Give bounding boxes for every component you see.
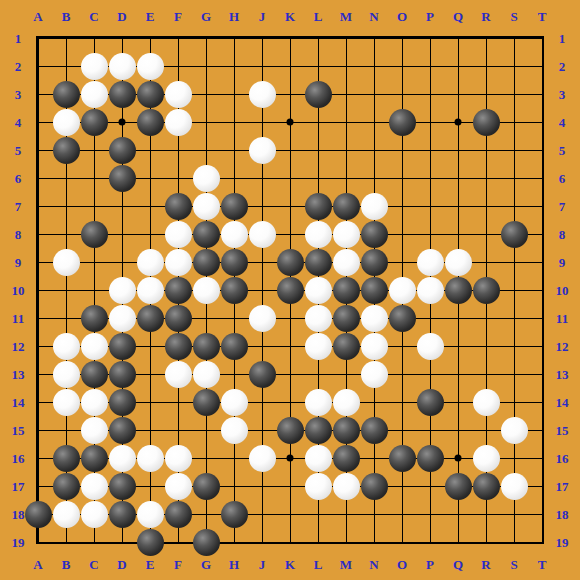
point-G2[interactable] xyxy=(192,52,220,80)
point-K3[interactable] xyxy=(276,80,304,108)
point-R12[interactable] xyxy=(472,332,500,360)
point-R4[interactable] xyxy=(472,108,500,136)
point-G5[interactable] xyxy=(192,136,220,164)
point-F4[interactable] xyxy=(164,108,192,136)
point-K4[interactable] xyxy=(276,108,304,136)
point-N12[interactable] xyxy=(360,332,388,360)
point-J1[interactable] xyxy=(248,24,276,52)
point-R9[interactable] xyxy=(472,248,500,276)
point-G19[interactable] xyxy=(192,528,220,556)
point-T16[interactable] xyxy=(528,444,556,472)
point-C16[interactable] xyxy=(80,444,108,472)
point-A17[interactable] xyxy=(24,472,52,500)
point-N6[interactable] xyxy=(360,164,388,192)
point-P6[interactable] xyxy=(416,164,444,192)
point-J14[interactable] xyxy=(248,388,276,416)
point-H18[interactable] xyxy=(220,500,248,528)
point-N19[interactable] xyxy=(360,528,388,556)
point-Q9[interactable] xyxy=(444,248,472,276)
point-Q1[interactable] xyxy=(444,24,472,52)
point-R3[interactable] xyxy=(472,80,500,108)
point-N9[interactable] xyxy=(360,248,388,276)
point-J4[interactable] xyxy=(248,108,276,136)
point-M15[interactable] xyxy=(332,416,360,444)
point-Q5[interactable] xyxy=(444,136,472,164)
point-Q14[interactable] xyxy=(444,388,472,416)
point-B1[interactable] xyxy=(52,24,80,52)
point-N2[interactable] xyxy=(360,52,388,80)
point-T15[interactable] xyxy=(528,416,556,444)
point-R1[interactable] xyxy=(472,24,500,52)
point-O10[interactable] xyxy=(388,276,416,304)
point-K10[interactable] xyxy=(276,276,304,304)
point-Q17[interactable] xyxy=(444,472,472,500)
point-L19[interactable] xyxy=(304,528,332,556)
point-L12[interactable] xyxy=(304,332,332,360)
point-P15[interactable] xyxy=(416,416,444,444)
point-M18[interactable] xyxy=(332,500,360,528)
point-H7[interactable] xyxy=(220,192,248,220)
point-J12[interactable] xyxy=(248,332,276,360)
point-S16[interactable] xyxy=(500,444,528,472)
point-O8[interactable] xyxy=(388,220,416,248)
point-S14[interactable] xyxy=(500,388,528,416)
point-L10[interactable] xyxy=(304,276,332,304)
point-R17[interactable] xyxy=(472,472,500,500)
point-A15[interactable] xyxy=(24,416,52,444)
point-A7[interactable] xyxy=(24,192,52,220)
point-F8[interactable] xyxy=(164,220,192,248)
point-R10[interactable] xyxy=(472,276,500,304)
point-K13[interactable] xyxy=(276,360,304,388)
point-E10[interactable] xyxy=(136,276,164,304)
point-H11[interactable] xyxy=(220,304,248,332)
point-S15[interactable] xyxy=(500,416,528,444)
point-K2[interactable] xyxy=(276,52,304,80)
point-H8[interactable] xyxy=(220,220,248,248)
point-D9[interactable] xyxy=(108,248,136,276)
point-E6[interactable] xyxy=(136,164,164,192)
point-F10[interactable] xyxy=(164,276,192,304)
point-J9[interactable] xyxy=(248,248,276,276)
point-C13[interactable] xyxy=(80,360,108,388)
point-T2[interactable] xyxy=(528,52,556,80)
point-L1[interactable] xyxy=(304,24,332,52)
point-R18[interactable] xyxy=(472,500,500,528)
point-J2[interactable] xyxy=(248,52,276,80)
point-C14[interactable] xyxy=(80,388,108,416)
point-E1[interactable] xyxy=(136,24,164,52)
point-J5[interactable] xyxy=(248,136,276,164)
point-S6[interactable] xyxy=(500,164,528,192)
point-C7[interactable] xyxy=(80,192,108,220)
point-L15[interactable] xyxy=(304,416,332,444)
point-K19[interactable] xyxy=(276,528,304,556)
point-M8[interactable] xyxy=(332,220,360,248)
point-C5[interactable] xyxy=(80,136,108,164)
point-J16[interactable] xyxy=(248,444,276,472)
point-N13[interactable] xyxy=(360,360,388,388)
point-F7[interactable] xyxy=(164,192,192,220)
point-B10[interactable] xyxy=(52,276,80,304)
point-B8[interactable] xyxy=(52,220,80,248)
point-F13[interactable] xyxy=(164,360,192,388)
point-K16[interactable] xyxy=(276,444,304,472)
point-D17[interactable] xyxy=(108,472,136,500)
point-T12[interactable] xyxy=(528,332,556,360)
point-N7[interactable] xyxy=(360,192,388,220)
point-N3[interactable] xyxy=(360,80,388,108)
point-L2[interactable] xyxy=(304,52,332,80)
point-G12[interactable] xyxy=(192,332,220,360)
point-A2[interactable] xyxy=(24,52,52,80)
point-S17[interactable] xyxy=(500,472,528,500)
point-B2[interactable] xyxy=(52,52,80,80)
point-C10[interactable] xyxy=(80,276,108,304)
point-A3[interactable] xyxy=(24,80,52,108)
point-H12[interactable] xyxy=(220,332,248,360)
point-G18[interactable] xyxy=(192,500,220,528)
point-A16[interactable] xyxy=(24,444,52,472)
point-Q3[interactable] xyxy=(444,80,472,108)
point-H14[interactable] xyxy=(220,388,248,416)
point-B18[interactable] xyxy=(52,500,80,528)
point-Q12[interactable] xyxy=(444,332,472,360)
point-J10[interactable] xyxy=(248,276,276,304)
point-O12[interactable] xyxy=(388,332,416,360)
point-P16[interactable] xyxy=(416,444,444,472)
point-H15[interactable] xyxy=(220,416,248,444)
point-G17[interactable] xyxy=(192,472,220,500)
point-A14[interactable] xyxy=(24,388,52,416)
point-H2[interactable] xyxy=(220,52,248,80)
point-J6[interactable] xyxy=(248,164,276,192)
point-M16[interactable] xyxy=(332,444,360,472)
point-L13[interactable] xyxy=(304,360,332,388)
point-N17[interactable] xyxy=(360,472,388,500)
point-D6[interactable] xyxy=(108,164,136,192)
point-N8[interactable] xyxy=(360,220,388,248)
point-M7[interactable] xyxy=(332,192,360,220)
point-D18[interactable] xyxy=(108,500,136,528)
point-F16[interactable] xyxy=(164,444,192,472)
point-N14[interactable] xyxy=(360,388,388,416)
point-O2[interactable] xyxy=(388,52,416,80)
point-L3[interactable] xyxy=(304,80,332,108)
point-T13[interactable] xyxy=(528,360,556,388)
point-C18[interactable] xyxy=(80,500,108,528)
point-P12[interactable] xyxy=(416,332,444,360)
point-Q11[interactable] xyxy=(444,304,472,332)
point-S19[interactable] xyxy=(500,528,528,556)
point-R16[interactable] xyxy=(472,444,500,472)
point-O9[interactable] xyxy=(388,248,416,276)
point-F17[interactable] xyxy=(164,472,192,500)
point-T10[interactable] xyxy=(528,276,556,304)
point-L9[interactable] xyxy=(304,248,332,276)
point-O18[interactable] xyxy=(388,500,416,528)
point-D3[interactable] xyxy=(108,80,136,108)
point-P2[interactable] xyxy=(416,52,444,80)
point-H5[interactable] xyxy=(220,136,248,164)
point-C12[interactable] xyxy=(80,332,108,360)
point-J19[interactable] xyxy=(248,528,276,556)
point-S4[interactable] xyxy=(500,108,528,136)
point-D8[interactable] xyxy=(108,220,136,248)
point-G9[interactable] xyxy=(192,248,220,276)
point-K18[interactable] xyxy=(276,500,304,528)
point-E2[interactable] xyxy=(136,52,164,80)
point-E12[interactable] xyxy=(136,332,164,360)
point-K5[interactable] xyxy=(276,136,304,164)
point-Q2[interactable] xyxy=(444,52,472,80)
point-S3[interactable] xyxy=(500,80,528,108)
point-R6[interactable] xyxy=(472,164,500,192)
point-R14[interactable] xyxy=(472,388,500,416)
point-C17[interactable] xyxy=(80,472,108,500)
point-E4[interactable] xyxy=(136,108,164,136)
point-T11[interactable] xyxy=(528,304,556,332)
point-E8[interactable] xyxy=(136,220,164,248)
point-A5[interactable] xyxy=(24,136,52,164)
point-D15[interactable] xyxy=(108,416,136,444)
point-D19[interactable] xyxy=(108,528,136,556)
point-S1[interactable] xyxy=(500,24,528,52)
point-H17[interactable] xyxy=(220,472,248,500)
point-S8[interactable] xyxy=(500,220,528,248)
point-M4[interactable] xyxy=(332,108,360,136)
point-E16[interactable] xyxy=(136,444,164,472)
point-D4[interactable] xyxy=(108,108,136,136)
point-A6[interactable] xyxy=(24,164,52,192)
point-R2[interactable] xyxy=(472,52,500,80)
point-B19[interactable] xyxy=(52,528,80,556)
point-M19[interactable] xyxy=(332,528,360,556)
point-N5[interactable] xyxy=(360,136,388,164)
point-T6[interactable] xyxy=(528,164,556,192)
point-J17[interactable] xyxy=(248,472,276,500)
point-P1[interactable] xyxy=(416,24,444,52)
point-A19[interactable] xyxy=(24,528,52,556)
point-D13[interactable] xyxy=(108,360,136,388)
point-D16[interactable] xyxy=(108,444,136,472)
point-T9[interactable] xyxy=(528,248,556,276)
point-Q16[interactable] xyxy=(444,444,472,472)
point-R13[interactable] xyxy=(472,360,500,388)
point-O7[interactable] xyxy=(388,192,416,220)
point-B3[interactable] xyxy=(52,80,80,108)
point-G10[interactable] xyxy=(192,276,220,304)
point-M11[interactable] xyxy=(332,304,360,332)
point-G6[interactable] xyxy=(192,164,220,192)
point-H10[interactable] xyxy=(220,276,248,304)
point-C9[interactable] xyxy=(80,248,108,276)
point-A9[interactable] xyxy=(24,248,52,276)
point-F19[interactable] xyxy=(164,528,192,556)
point-R8[interactable] xyxy=(472,220,500,248)
point-Q18[interactable] xyxy=(444,500,472,528)
point-N11[interactable] xyxy=(360,304,388,332)
point-P7[interactable] xyxy=(416,192,444,220)
point-T4[interactable] xyxy=(528,108,556,136)
point-D14[interactable] xyxy=(108,388,136,416)
point-B6[interactable] xyxy=(52,164,80,192)
point-M17[interactable] xyxy=(332,472,360,500)
point-F5[interactable] xyxy=(164,136,192,164)
point-O11[interactable] xyxy=(388,304,416,332)
point-A8[interactable] xyxy=(24,220,52,248)
point-J3[interactable] xyxy=(248,80,276,108)
point-C6[interactable] xyxy=(80,164,108,192)
point-S7[interactable] xyxy=(500,192,528,220)
point-L17[interactable] xyxy=(304,472,332,500)
point-H9[interactable] xyxy=(220,248,248,276)
point-A10[interactable] xyxy=(24,276,52,304)
point-D5[interactable] xyxy=(108,136,136,164)
point-T5[interactable] xyxy=(528,136,556,164)
point-M9[interactable] xyxy=(332,248,360,276)
point-B17[interactable] xyxy=(52,472,80,500)
point-L16[interactable] xyxy=(304,444,332,472)
point-F14[interactable] xyxy=(164,388,192,416)
point-S18[interactable] xyxy=(500,500,528,528)
point-T14[interactable] xyxy=(528,388,556,416)
point-D10[interactable] xyxy=(108,276,136,304)
point-S2[interactable] xyxy=(500,52,528,80)
point-H4[interactable] xyxy=(220,108,248,136)
point-C4[interactable] xyxy=(80,108,108,136)
point-A18[interactable] xyxy=(24,500,52,528)
point-O15[interactable] xyxy=(388,416,416,444)
point-K12[interactable] xyxy=(276,332,304,360)
point-D7[interactable] xyxy=(108,192,136,220)
point-K1[interactable] xyxy=(276,24,304,52)
point-L6[interactable] xyxy=(304,164,332,192)
point-H16[interactable] xyxy=(220,444,248,472)
point-M3[interactable] xyxy=(332,80,360,108)
point-N10[interactable] xyxy=(360,276,388,304)
point-Q8[interactable] xyxy=(444,220,472,248)
point-P9[interactable] xyxy=(416,248,444,276)
point-G13[interactable] xyxy=(192,360,220,388)
point-A4[interactable] xyxy=(24,108,52,136)
point-M6[interactable] xyxy=(332,164,360,192)
point-T8[interactable] xyxy=(528,220,556,248)
point-Q6[interactable] xyxy=(444,164,472,192)
point-P4[interactable] xyxy=(416,108,444,136)
point-L8[interactable] xyxy=(304,220,332,248)
point-N16[interactable] xyxy=(360,444,388,472)
point-Q7[interactable] xyxy=(444,192,472,220)
point-O13[interactable] xyxy=(388,360,416,388)
point-B14[interactable] xyxy=(52,388,80,416)
point-K14[interactable] xyxy=(276,388,304,416)
point-C19[interactable] xyxy=(80,528,108,556)
point-K17[interactable] xyxy=(276,472,304,500)
point-M14[interactable] xyxy=(332,388,360,416)
point-C11[interactable] xyxy=(80,304,108,332)
point-J18[interactable] xyxy=(248,500,276,528)
point-G3[interactable] xyxy=(192,80,220,108)
point-S11[interactable] xyxy=(500,304,528,332)
point-A1[interactable] xyxy=(24,24,52,52)
point-Q13[interactable] xyxy=(444,360,472,388)
point-T3[interactable] xyxy=(528,80,556,108)
point-N15[interactable] xyxy=(360,416,388,444)
point-G16[interactable] xyxy=(192,444,220,472)
point-T17[interactable] xyxy=(528,472,556,500)
point-E13[interactable] xyxy=(136,360,164,388)
point-D11[interactable] xyxy=(108,304,136,332)
point-O1[interactable] xyxy=(388,24,416,52)
point-R5[interactable] xyxy=(472,136,500,164)
point-Q15[interactable] xyxy=(444,416,472,444)
point-Q19[interactable] xyxy=(444,528,472,556)
point-T7[interactable] xyxy=(528,192,556,220)
point-F12[interactable] xyxy=(164,332,192,360)
point-H6[interactable] xyxy=(220,164,248,192)
point-B15[interactable] xyxy=(52,416,80,444)
point-P19[interactable] xyxy=(416,528,444,556)
point-B5[interactable] xyxy=(52,136,80,164)
point-C3[interactable] xyxy=(80,80,108,108)
point-P3[interactable] xyxy=(416,80,444,108)
point-P17[interactable] xyxy=(416,472,444,500)
point-A12[interactable] xyxy=(24,332,52,360)
point-H3[interactable] xyxy=(220,80,248,108)
point-K9[interactable] xyxy=(276,248,304,276)
point-H1[interactable] xyxy=(220,24,248,52)
point-E15[interactable] xyxy=(136,416,164,444)
point-E9[interactable] xyxy=(136,248,164,276)
point-F1[interactable] xyxy=(164,24,192,52)
point-N18[interactable] xyxy=(360,500,388,528)
point-E5[interactable] xyxy=(136,136,164,164)
point-R11[interactable] xyxy=(472,304,500,332)
point-K15[interactable] xyxy=(276,416,304,444)
point-S12[interactable] xyxy=(500,332,528,360)
point-J15[interactable] xyxy=(248,416,276,444)
point-M10[interactable] xyxy=(332,276,360,304)
point-M13[interactable] xyxy=(332,360,360,388)
point-E7[interactable] xyxy=(136,192,164,220)
point-L4[interactable] xyxy=(304,108,332,136)
point-L18[interactable] xyxy=(304,500,332,528)
point-D2[interactable] xyxy=(108,52,136,80)
point-O3[interactable] xyxy=(388,80,416,108)
point-K7[interactable] xyxy=(276,192,304,220)
point-T18[interactable] xyxy=(528,500,556,528)
point-O19[interactable] xyxy=(388,528,416,556)
point-M12[interactable] xyxy=(332,332,360,360)
point-C8[interactable] xyxy=(80,220,108,248)
point-B16[interactable] xyxy=(52,444,80,472)
point-N4[interactable] xyxy=(360,108,388,136)
point-B13[interactable] xyxy=(52,360,80,388)
point-L14[interactable] xyxy=(304,388,332,416)
point-F2[interactable] xyxy=(164,52,192,80)
point-P5[interactable] xyxy=(416,136,444,164)
point-O6[interactable] xyxy=(388,164,416,192)
point-B4[interactable] xyxy=(52,108,80,136)
point-G15[interactable] xyxy=(192,416,220,444)
point-P11[interactable] xyxy=(416,304,444,332)
point-J13[interactable] xyxy=(248,360,276,388)
point-R7[interactable] xyxy=(472,192,500,220)
point-P13[interactable] xyxy=(416,360,444,388)
point-S10[interactable] xyxy=(500,276,528,304)
point-M1[interactable] xyxy=(332,24,360,52)
